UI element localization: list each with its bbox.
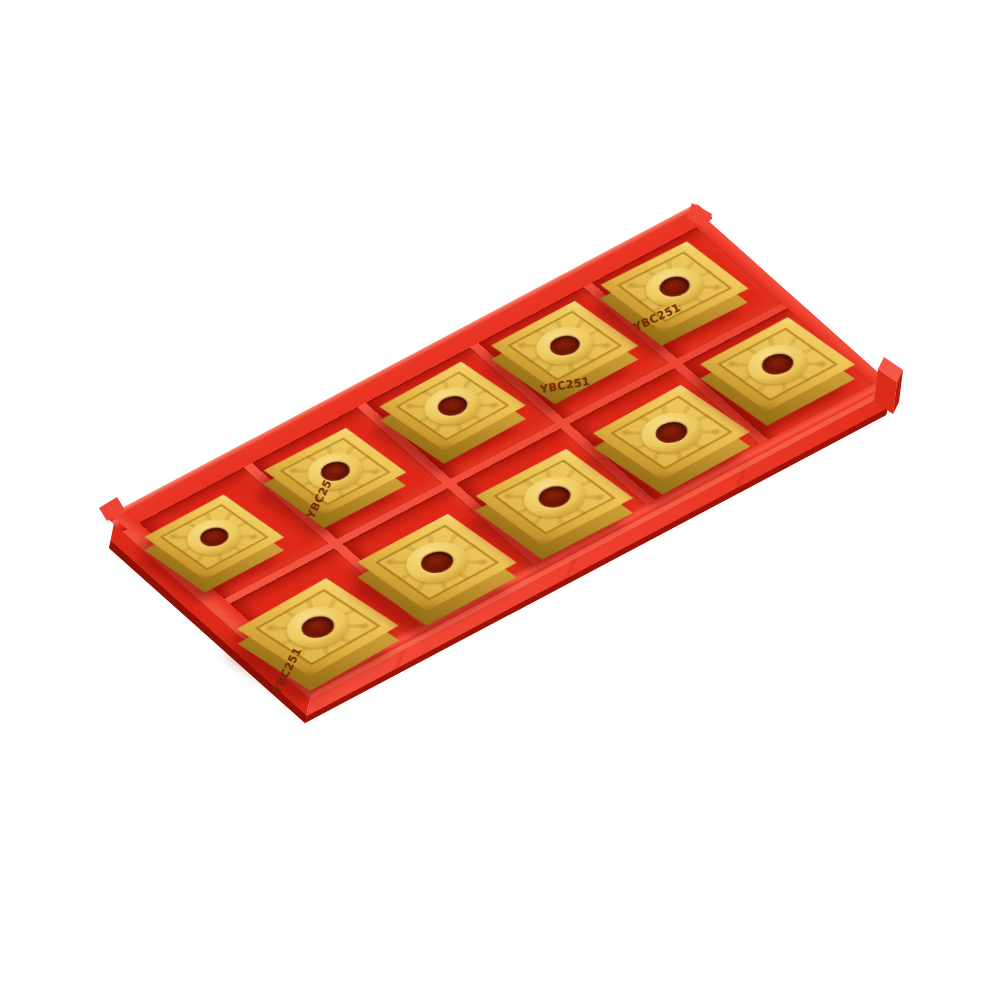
insert-top-face	[690, 317, 866, 412]
photo-canvas: YBC251 YBC251 YBC251 YBC251	[0, 0, 1000, 1000]
